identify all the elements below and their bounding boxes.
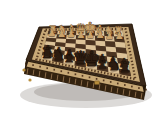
front-band-ornament xyxy=(68,72,70,74)
front-band-ornament xyxy=(39,66,41,68)
chess-piece-black-rook: ♜ xyxy=(119,59,132,75)
chess-piece-white-pawn: ♟ xyxy=(96,29,105,40)
front-band-ornament xyxy=(82,75,84,77)
front-band-ornament xyxy=(138,87,140,89)
chess-piece-white-pawn: ♟ xyxy=(67,28,76,39)
chess-piece-white-pawn: ♟ xyxy=(76,29,85,40)
chess-piece-white-pawn: ♟ xyxy=(86,29,95,40)
clasp-icon xyxy=(95,81,100,84)
hinge-icon xyxy=(22,68,25,71)
board-square xyxy=(76,40,86,45)
front-band-ornament xyxy=(110,81,112,83)
chessboard-scene: ♜♞♝♛♚♝♞♜♟♟♟♟♟♟♟♟♟♟♟♟♟♟♟♟♜♞♝♛♚♝♞♜ xyxy=(0,0,166,120)
board-square xyxy=(105,41,116,47)
chess-piece-white-pawn: ♟ xyxy=(57,28,66,39)
board-square xyxy=(115,42,126,48)
front-band-ornament xyxy=(32,64,34,66)
board-square xyxy=(95,41,105,47)
hinge-icon xyxy=(28,78,31,81)
front-band-ornament xyxy=(89,76,91,78)
front-band-ornament xyxy=(131,86,133,88)
board-square xyxy=(66,39,76,44)
front-band-ornament xyxy=(46,67,48,69)
chess-piece-white-pawn: ♟ xyxy=(115,30,124,41)
product-photo-chess-set: ♜♞♝♛♚♝♞♜♟♟♟♟♟♟♟♟♟♟♟♟♟♟♟♟♜♞♝♛♚♝♞♜ xyxy=(0,0,166,120)
front-band-ornament xyxy=(124,84,126,86)
front-band-ornament xyxy=(96,78,98,80)
front-band-ornament xyxy=(103,80,105,82)
chess-piece-white-pawn: ♟ xyxy=(105,30,114,41)
board-square xyxy=(56,38,66,43)
chess-piece-white-pawn: ♟ xyxy=(48,27,57,38)
front-band-ornament xyxy=(75,73,77,75)
front-band-ornament xyxy=(60,70,62,72)
board-square xyxy=(86,40,96,45)
front-band-ornament xyxy=(53,69,55,71)
front-band-ornament xyxy=(117,83,119,85)
